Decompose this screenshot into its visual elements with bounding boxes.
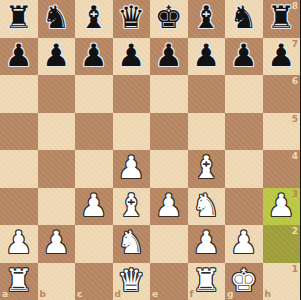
square-c3[interactable]: ♟ — [75, 188, 113, 226]
square-c5[interactable] — [75, 113, 113, 151]
square-f7[interactable]: ♟ — [188, 38, 226, 76]
square-a6[interactable] — [0, 75, 38, 113]
chess-board: ♜♞♝♛♚♝♞8♜♟♟♟♟♟♟♟7♟65♟♝4♟♝♟♞3♟♟♟♞♟♟2a♜bcd… — [0, 0, 300, 300]
square-g2[interactable]: ♟ — [225, 225, 263, 263]
square-d8[interactable]: ♛ — [113, 0, 151, 38]
piece-white-bishop[interactable]: ♝ — [192, 152, 220, 183]
square-e1[interactable]: e — [150, 263, 188, 300]
square-h1[interactable]: 1h — [263, 263, 301, 300]
square-f8[interactable]: ♝ — [188, 0, 226, 38]
square-e6[interactable] — [150, 75, 188, 113]
square-b3[interactable] — [38, 188, 76, 226]
square-f6[interactable] — [188, 75, 226, 113]
piece-black-pawn[interactable]: ♟ — [42, 40, 70, 71]
piece-black-knight[interactable]: ♞ — [230, 2, 258, 33]
piece-white-pawn[interactable]: ♟ — [42, 227, 70, 258]
square-g1[interactable]: g♚ — [225, 263, 263, 300]
square-a4[interactable] — [0, 150, 38, 188]
piece-black-pawn[interactable]: ♟ — [267, 40, 295, 71]
file-label-c: c — [77, 290, 82, 299]
piece-white-bishop[interactable]: ♝ — [117, 190, 145, 221]
square-f4[interactable]: ♝ — [188, 150, 226, 188]
square-g8[interactable]: ♞ — [225, 0, 263, 38]
piece-white-king[interactable]: ♚ — [230, 265, 258, 296]
rank-label-1: 1 — [292, 265, 298, 274]
square-f5[interactable] — [188, 113, 226, 151]
piece-black-bishop[interactable]: ♝ — [80, 2, 108, 33]
square-b1[interactable]: b — [38, 263, 76, 300]
piece-black-pawn[interactable]: ♟ — [155, 40, 183, 71]
square-e5[interactable] — [150, 113, 188, 151]
piece-white-rook[interactable]: ♜ — [5, 265, 33, 296]
square-h7[interactable]: 7♟ — [263, 38, 301, 76]
square-g7[interactable]: ♟ — [225, 38, 263, 76]
piece-white-knight[interactable]: ♞ — [117, 227, 145, 258]
piece-black-rook[interactable]: ♜ — [267, 2, 295, 33]
square-d4[interactable]: ♟ — [113, 150, 151, 188]
file-label-h: h — [265, 290, 271, 299]
piece-white-pawn[interactable]: ♟ — [117, 152, 145, 183]
piece-white-pawn[interactable]: ♟ — [267, 190, 295, 221]
square-g6[interactable] — [225, 75, 263, 113]
square-d7[interactable]: ♟ — [113, 38, 151, 76]
square-c1[interactable]: c — [75, 263, 113, 300]
square-b4[interactable] — [38, 150, 76, 188]
piece-black-pawn[interactable]: ♟ — [5, 40, 33, 71]
square-c4[interactable] — [75, 150, 113, 188]
square-e8[interactable]: ♚ — [150, 0, 188, 38]
square-d2[interactable]: ♞ — [113, 225, 151, 263]
square-b5[interactable] — [38, 113, 76, 151]
piece-black-rook[interactable]: ♜ — [5, 2, 33, 33]
piece-black-pawn[interactable]: ♟ — [230, 40, 258, 71]
square-d3[interactable]: ♝ — [113, 188, 151, 226]
rank-label-4: 4 — [292, 152, 298, 161]
square-g3[interactable] — [225, 188, 263, 226]
square-b6[interactable] — [38, 75, 76, 113]
square-g4[interactable] — [225, 150, 263, 188]
page-root: ♜♞♝♛♚♝♞8♜♟♟♟♟♟♟♟7♟65♟♝4♟♝♟♞3♟♟♟♞♟♟2a♜bcd… — [0, 0, 300, 300]
square-e2[interactable] — [150, 225, 188, 263]
square-e7[interactable]: ♟ — [150, 38, 188, 76]
square-f2[interactable]: ♟ — [188, 225, 226, 263]
square-c7[interactable]: ♟ — [75, 38, 113, 76]
square-h5[interactable]: 5 — [263, 113, 301, 151]
piece-white-pawn[interactable]: ♟ — [192, 227, 220, 258]
square-c8[interactable]: ♝ — [75, 0, 113, 38]
square-b8[interactable]: ♞ — [38, 0, 76, 38]
piece-white-pawn[interactable]: ♟ — [230, 227, 258, 258]
square-a7[interactable]: ♟ — [0, 38, 38, 76]
square-g5[interactable] — [225, 113, 263, 151]
square-b2[interactable]: ♟ — [38, 225, 76, 263]
square-f3[interactable]: ♞ — [188, 188, 226, 226]
square-h4[interactable]: 4 — [263, 150, 301, 188]
piece-black-bishop[interactable]: ♝ — [192, 2, 220, 33]
square-h8[interactable]: 8♜ — [263, 0, 301, 38]
piece-black-king[interactable]: ♚ — [155, 2, 183, 33]
square-a2[interactable]: ♟ — [0, 225, 38, 263]
piece-white-pawn[interactable]: ♟ — [5, 227, 33, 258]
piece-black-pawn[interactable]: ♟ — [80, 40, 108, 71]
piece-white-rook[interactable]: ♜ — [192, 265, 220, 296]
rank-label-6: 6 — [292, 77, 298, 86]
piece-white-pawn[interactable]: ♟ — [80, 190, 108, 221]
square-d6[interactable] — [113, 75, 151, 113]
square-d5[interactable] — [113, 113, 151, 151]
piece-white-pawn[interactable]: ♟ — [155, 190, 183, 221]
square-c2[interactable] — [75, 225, 113, 263]
square-h2[interactable]: 2 — [263, 225, 301, 263]
square-a1[interactable]: a♜ — [0, 263, 38, 300]
square-e3[interactable]: ♟ — [150, 188, 188, 226]
rank-label-2: 2 — [292, 227, 298, 236]
square-e4[interactable] — [150, 150, 188, 188]
piece-black-knight[interactable]: ♞ — [42, 2, 70, 33]
rank-label-5: 5 — [292, 115, 298, 124]
square-a3[interactable] — [0, 188, 38, 226]
square-h3[interactable]: 3♟ — [263, 188, 301, 226]
square-h6[interactable]: 6 — [263, 75, 301, 113]
square-b7[interactable]: ♟ — [38, 38, 76, 76]
piece-white-knight[interactable]: ♞ — [192, 190, 220, 221]
file-label-b: b — [40, 290, 46, 299]
square-a8[interactable]: ♜ — [0, 0, 38, 38]
piece-white-queen[interactable]: ♛ — [117, 265, 145, 296]
square-f1[interactable]: f♜ — [188, 263, 226, 300]
file-label-e: e — [152, 290, 158, 299]
piece-black-pawn[interactable]: ♟ — [117, 40, 145, 71]
piece-black-pawn[interactable]: ♟ — [192, 40, 220, 71]
piece-black-queen[interactable]: ♛ — [117, 2, 145, 33]
square-c6[interactable] — [75, 75, 113, 113]
square-d1[interactable]: d♛ — [113, 263, 151, 300]
square-a5[interactable] — [0, 113, 38, 151]
